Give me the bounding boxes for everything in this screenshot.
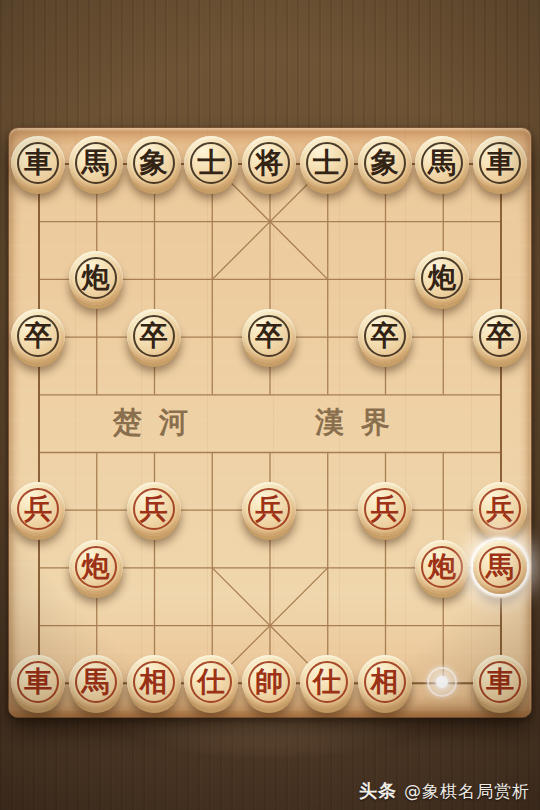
piece-glyph: 兵 bbox=[473, 482, 527, 536]
piece-red-soldier[interactable]: 兵 bbox=[242, 482, 296, 536]
piece-glyph: 相 bbox=[358, 655, 412, 709]
piece-glyph: 象 bbox=[127, 136, 181, 190]
piece-black-horse[interactable]: 馬 bbox=[69, 136, 123, 190]
piece-glyph: 馬 bbox=[415, 136, 469, 190]
piece-black-elephant[interactable]: 象 bbox=[358, 136, 412, 190]
piece-glyph: 炮 bbox=[69, 540, 123, 594]
piece-glyph: 仕 bbox=[184, 655, 238, 709]
piece-red-chariot[interactable]: 車 bbox=[473, 655, 527, 709]
piece-black-soldier[interactable]: 卒 bbox=[358, 309, 412, 363]
piece-glyph: 卒 bbox=[473, 309, 527, 363]
piece-red-elephant[interactable]: 相 bbox=[127, 655, 181, 709]
piece-glyph: 帥 bbox=[242, 655, 296, 709]
piece-glyph: 士 bbox=[300, 136, 354, 190]
piece-black-soldier[interactable]: 卒 bbox=[473, 309, 527, 363]
piece-glyph: 馬 bbox=[473, 540, 527, 594]
piece-glyph: 卒 bbox=[11, 309, 65, 363]
piece-red-horse[interactable]: 馬 bbox=[69, 655, 123, 709]
piece-glyph: 卒 bbox=[242, 309, 296, 363]
piece-red-advisor[interactable]: 仕 bbox=[300, 655, 354, 709]
piece-red-elephant[interactable]: 相 bbox=[358, 655, 412, 709]
piece-black-advisor[interactable]: 士 bbox=[300, 136, 354, 190]
piece-red-advisor[interactable]: 仕 bbox=[184, 655, 238, 709]
piece-glyph: 車 bbox=[473, 655, 527, 709]
piece-glyph: 兵 bbox=[358, 482, 412, 536]
piece-glyph: 車 bbox=[11, 655, 65, 709]
piece-black-horse[interactable]: 馬 bbox=[415, 136, 469, 190]
piece-red-soldier[interactable]: 兵 bbox=[11, 482, 65, 536]
piece-red-soldier[interactable]: 兵 bbox=[358, 482, 412, 536]
watermark: 头条@象棋名局赏析 bbox=[359, 779, 530, 803]
xiangqi-app-screen: 楚河 漢界 車馬象士将士象馬車炮炮卒卒卒卒卒兵兵兵兵兵炮炮馬車馬相仕帥仕相車 头… bbox=[0, 0, 540, 810]
piece-glyph: 兵 bbox=[127, 482, 181, 536]
piece-glyph: 象 bbox=[358, 136, 412, 190]
pieces-layer: 車馬象士将士象馬車炮炮卒卒卒卒卒兵兵兵兵兵炮炮馬車馬相仕帥仕相車 bbox=[0, 0, 540, 810]
piece-glyph: 卒 bbox=[127, 309, 181, 363]
piece-glyph: 炮 bbox=[415, 251, 469, 305]
piece-red-cannon[interactable]: 炮 bbox=[69, 540, 123, 594]
piece-black-cannon[interactable]: 炮 bbox=[415, 251, 469, 305]
watermark-handle: @象棋名局赏析 bbox=[404, 781, 530, 801]
piece-glyph: 士 bbox=[184, 136, 238, 190]
piece-red-cannon[interactable]: 炮 bbox=[415, 540, 469, 594]
piece-glyph: 仕 bbox=[300, 655, 354, 709]
piece-red-soldier[interactable]: 兵 bbox=[473, 482, 527, 536]
piece-glyph: 相 bbox=[127, 655, 181, 709]
piece-black-soldier[interactable]: 卒 bbox=[242, 309, 296, 363]
piece-red-chariot[interactable]: 車 bbox=[11, 655, 65, 709]
piece-black-cannon[interactable]: 炮 bbox=[69, 251, 123, 305]
piece-glyph: 兵 bbox=[242, 482, 296, 536]
piece-glyph: 炮 bbox=[415, 540, 469, 594]
piece-red-general[interactable]: 帥 bbox=[242, 655, 296, 709]
piece-glyph: 馬 bbox=[69, 136, 123, 190]
piece-black-soldier[interactable]: 卒 bbox=[11, 309, 65, 363]
piece-glyph: 車 bbox=[473, 136, 527, 190]
piece-glyph: 炮 bbox=[69, 251, 123, 305]
piece-glyph: 将 bbox=[242, 136, 296, 190]
piece-black-soldier[interactable]: 卒 bbox=[127, 309, 181, 363]
piece-black-elephant[interactable]: 象 bbox=[127, 136, 181, 190]
piece-glyph: 馬 bbox=[69, 655, 123, 709]
piece-glyph: 兵 bbox=[11, 482, 65, 536]
piece-black-chariot[interactable]: 車 bbox=[473, 136, 527, 190]
piece-glyph: 卒 bbox=[358, 309, 412, 363]
piece-red-horse[interactable]: 馬 bbox=[473, 540, 527, 594]
watermark-prefix: 头条 bbox=[359, 780, 397, 801]
piece-black-advisor[interactable]: 士 bbox=[184, 136, 238, 190]
piece-glyph: 車 bbox=[11, 136, 65, 190]
piece-red-soldier[interactable]: 兵 bbox=[127, 482, 181, 536]
piece-black-general[interactable]: 将 bbox=[242, 136, 296, 190]
piece-black-chariot[interactable]: 車 bbox=[11, 136, 65, 190]
